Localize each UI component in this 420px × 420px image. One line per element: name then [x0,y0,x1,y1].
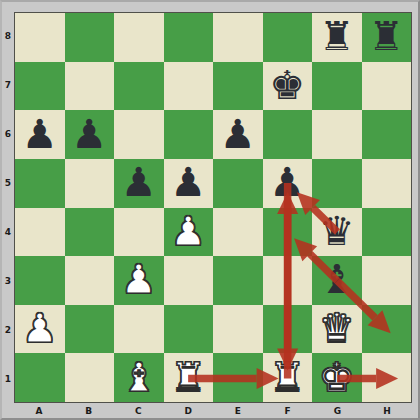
square-b4[interactable] [65,208,115,257]
piece-white-pawn[interactable]: ♟ [121,259,157,299]
square-e1[interactable] [213,353,263,402]
square-b1[interactable] [65,353,115,402]
square-d8[interactable] [164,13,214,62]
file-label-d: D [163,403,213,418]
square-f6[interactable] [263,110,313,159]
file-label-g: G [313,403,363,418]
square-e6[interactable]: ♟ [213,110,263,159]
square-f4[interactable] [263,208,313,257]
square-h6[interactable] [362,110,412,159]
square-b3[interactable] [65,256,115,305]
file-label-a: A [14,403,64,418]
square-h4[interactable] [362,208,412,257]
square-e3[interactable] [213,256,263,305]
rank-label-5: 5 [2,159,14,208]
rank-label-2: 2 [2,305,14,354]
square-a4[interactable] [15,208,65,257]
square-h5[interactable] [362,159,412,208]
square-c6[interactable] [114,110,164,159]
file-label-b: B [64,403,114,418]
square-g5[interactable] [312,159,362,208]
square-b7[interactable] [65,62,115,111]
rank-label-4: 4 [2,208,14,257]
square-e8[interactable] [213,13,263,62]
file-label-f: F [263,403,313,418]
piece-white-queen[interactable]: ♛ [319,308,355,348]
file-label-c: C [114,403,164,418]
square-c2[interactable] [114,305,164,354]
square-h7[interactable] [362,62,412,111]
square-h3[interactable] [362,256,412,305]
square-a2[interactable]: ♟ [15,305,65,354]
square-h2[interactable] [362,305,412,354]
square-c8[interactable] [114,13,164,62]
square-g8[interactable]: ♜ [312,13,362,62]
piece-black-rook[interactable]: ♜ [368,16,404,56]
square-a6[interactable]: ♟ [15,110,65,159]
square-c1[interactable]: ♝ [114,353,164,402]
piece-black-rook[interactable]: ♜ [319,16,355,56]
square-d5[interactable]: ♟ [164,159,214,208]
piece-white-pawn[interactable]: ♟ [22,308,58,348]
piece-black-pawn[interactable]: ♟ [71,114,107,154]
square-f1[interactable]: ♜ [263,353,313,402]
square-g2[interactable]: ♛ [312,305,362,354]
square-d1[interactable]: ♜ [164,353,214,402]
square-d7[interactable] [164,62,214,111]
piece-black-pawn[interactable]: ♟ [22,114,58,154]
piece-white-bishop[interactable]: ♝ [121,357,157,397]
square-e7[interactable] [213,62,263,111]
rank-label-3: 3 [2,256,14,305]
chess-board-frame: 87654321 ABCDEFGH ♜♜♚♟♟♟♟♟♟♟♛♟♝♟♛♝♜♜♚ [0,0,420,420]
square-g7[interactable] [312,62,362,111]
piece-black-queen[interactable]: ♛ [319,211,355,251]
square-b8[interactable] [65,13,115,62]
piece-white-rook[interactable]: ♜ [269,357,305,397]
square-g4[interactable]: ♛ [312,208,362,257]
square-e4[interactable] [213,208,263,257]
file-labels: ABCDEFGH [14,403,412,418]
square-d2[interactable] [164,305,214,354]
piece-black-pawn[interactable]: ♟ [170,162,206,202]
piece-black-pawn[interactable]: ♟ [220,114,256,154]
piece-white-rook[interactable]: ♜ [170,357,206,397]
square-b5[interactable] [65,159,115,208]
square-c3[interactable]: ♟ [114,256,164,305]
square-c4[interactable] [114,208,164,257]
rank-label-8: 8 [2,12,14,61]
file-label-e: E [213,403,263,418]
square-h1[interactable] [362,353,412,402]
square-d3[interactable] [164,256,214,305]
square-g6[interactable] [312,110,362,159]
square-a5[interactable] [15,159,65,208]
square-e2[interactable] [213,305,263,354]
piece-black-pawn[interactable]: ♟ [269,162,305,202]
rank-label-7: 7 [2,61,14,110]
piece-white-pawn[interactable]: ♟ [170,211,206,251]
square-c7[interactable] [114,62,164,111]
piece-black-king[interactable]: ♚ [269,65,305,105]
board-grid: ♜♜♚♟♟♟♟♟♟♟♛♟♝♟♛♝♜♜♚ [14,12,412,403]
square-g1[interactable]: ♚ [312,353,362,402]
square-d6[interactable] [164,110,214,159]
square-f3[interactable] [263,256,313,305]
square-b2[interactable] [65,305,115,354]
square-e5[interactable] [213,159,263,208]
square-c5[interactable]: ♟ [114,159,164,208]
square-b6[interactable]: ♟ [65,110,115,159]
square-a8[interactable] [15,13,65,62]
square-a7[interactable] [15,62,65,111]
piece-black-pawn[interactable]: ♟ [121,162,157,202]
square-f2[interactable] [263,305,313,354]
square-f7[interactable]: ♚ [263,62,313,111]
square-d4[interactable]: ♟ [164,208,214,257]
rank-label-6: 6 [2,110,14,159]
rank-label-1: 1 [2,354,14,403]
file-label-h: H [362,403,412,418]
square-a3[interactable] [15,256,65,305]
rank-labels: 87654321 [2,12,14,403]
square-h8[interactable]: ♜ [362,13,412,62]
piece-white-king[interactable]: ♚ [319,357,355,397]
square-g3[interactable]: ♝ [312,256,362,305]
square-f8[interactable] [263,13,313,62]
piece-black-bishop[interactable]: ♝ [319,259,355,299]
square-f5[interactable]: ♟ [263,159,313,208]
square-a1[interactable] [15,353,65,402]
